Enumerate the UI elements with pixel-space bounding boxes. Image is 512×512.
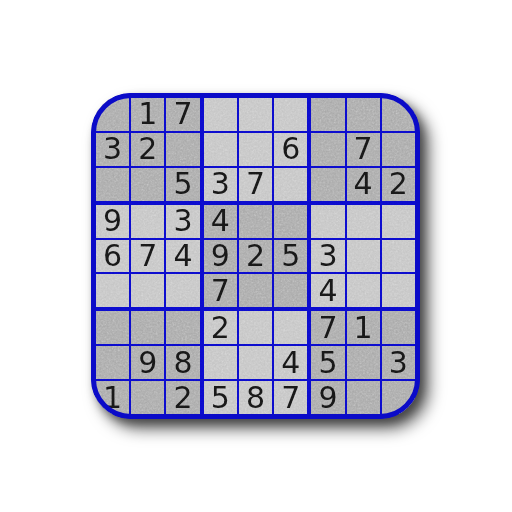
cell-r8-c2[interactable]: 9 — [131, 346, 164, 379]
cell-r1-c9[interactable] — [382, 98, 415, 131]
cell-r5-c6[interactable]: 5 — [274, 240, 307, 273]
cell-r4-c7[interactable] — [311, 205, 344, 238]
cell-r5-c1[interactable]: 6 — [96, 240, 129, 273]
cell-r4-c9[interactable] — [382, 205, 415, 238]
cell-r5-c3[interactable]: 4 — [166, 240, 199, 273]
cell-r6-c6[interactable] — [274, 274, 307, 307]
box-2-3: 34 — [311, 205, 415, 308]
cell-r6-c2[interactable] — [131, 274, 164, 307]
cell-r9-c1[interactable]: 1 — [96, 381, 129, 414]
sudoku-board: 1732563774293674492573498122458771539 — [91, 93, 420, 419]
cell-r8-c1[interactable] — [96, 346, 129, 379]
cell-r2-c9[interactable] — [382, 133, 415, 166]
cell-r5-c2[interactable]: 7 — [131, 240, 164, 273]
cell-r2-c4[interactable] — [204, 133, 237, 166]
cell-r1-c3[interactable]: 7 — [166, 98, 199, 131]
cell-r5-c7[interactable]: 3 — [311, 240, 344, 273]
cell-r3-c7[interactable] — [311, 168, 344, 201]
cell-r9-c7[interactable]: 9 — [311, 381, 344, 414]
cell-r5-c8[interactable] — [347, 240, 380, 273]
cell-r7-c4[interactable]: 2 — [204, 311, 237, 344]
cell-r2-c6[interactable]: 6 — [274, 133, 307, 166]
cell-r8-c8[interactable] — [347, 346, 380, 379]
box-3-3: 71539 — [311, 311, 415, 414]
cell-r9-c4[interactable]: 5 — [204, 381, 237, 414]
cell-r5-c5[interactable]: 2 — [239, 240, 272, 273]
cell-r8-c4[interactable] — [204, 346, 237, 379]
cell-r6-c9[interactable] — [382, 274, 415, 307]
cell-r3-c8[interactable]: 4 — [347, 168, 380, 201]
cell-r7-c6[interactable] — [274, 311, 307, 344]
cell-r3-c4[interactable]: 3 — [204, 168, 237, 201]
cell-r4-c8[interactable] — [347, 205, 380, 238]
cell-r4-c5[interactable] — [239, 205, 272, 238]
cell-r8-c7[interactable]: 5 — [311, 346, 344, 379]
cell-r4-c6[interactable] — [274, 205, 307, 238]
cell-r3-c9[interactable]: 2 — [382, 168, 415, 201]
cell-r1-c8[interactable] — [347, 98, 380, 131]
cell-r8-c9[interactable]: 3 — [382, 346, 415, 379]
cell-r1-c4[interactable] — [204, 98, 237, 131]
cell-r3-c6[interactable] — [274, 168, 307, 201]
cell-r4-c2[interactable] — [131, 205, 164, 238]
cell-r9-c8[interactable] — [347, 381, 380, 414]
cell-r4-c4[interactable]: 4 — [204, 205, 237, 238]
box-2-1: 93674 — [96, 205, 200, 308]
cell-r6-c1[interactable] — [96, 274, 129, 307]
box-1-2: 637 — [204, 98, 308, 201]
cell-r2-c1[interactable]: 3 — [96, 133, 129, 166]
cell-r9-c9[interactable] — [382, 381, 415, 414]
cell-r1-c1[interactable] — [96, 98, 129, 131]
cell-r1-c2[interactable]: 1 — [131, 98, 164, 131]
cell-r6-c7[interactable]: 4 — [311, 274, 344, 307]
cell-r3-c5[interactable]: 7 — [239, 168, 272, 201]
cell-r7-c9[interactable] — [382, 311, 415, 344]
cell-r2-c2[interactable]: 2 — [131, 133, 164, 166]
cell-r4-c1[interactable]: 9 — [96, 205, 129, 238]
cell-r2-c8[interactable]: 7 — [347, 133, 380, 166]
cell-r5-c4[interactable]: 9 — [204, 240, 237, 273]
cell-r3-c2[interactable] — [131, 168, 164, 201]
cell-r6-c8[interactable] — [347, 274, 380, 307]
cell-r5-c9[interactable] — [382, 240, 415, 273]
sudoku-grid: 1732563774293674492573498122458771539 — [91, 93, 420, 419]
cell-r4-c3[interactable]: 3 — [166, 205, 199, 238]
canvas: 1732563774293674492573498122458771539 — [0, 0, 512, 512]
cell-r9-c5[interactable]: 8 — [239, 381, 272, 414]
cell-r9-c6[interactable]: 7 — [274, 381, 307, 414]
cell-r3-c3[interactable]: 5 — [166, 168, 199, 201]
box-2-2: 49257 — [204, 205, 308, 308]
cell-r2-c7[interactable] — [311, 133, 344, 166]
cell-r2-c5[interactable] — [239, 133, 272, 166]
cell-r6-c5[interactable] — [239, 274, 272, 307]
cell-r3-c1[interactable] — [96, 168, 129, 201]
box-1-1: 17325 — [96, 98, 200, 201]
cell-r7-c3[interactable] — [166, 311, 199, 344]
cell-r1-c6[interactable] — [274, 98, 307, 131]
cell-r1-c7[interactable] — [311, 98, 344, 131]
cell-r6-c3[interactable] — [166, 274, 199, 307]
cell-r7-c7[interactable]: 7 — [311, 311, 344, 344]
cell-r8-c6[interactable]: 4 — [274, 346, 307, 379]
cell-r8-c3[interactable]: 8 — [166, 346, 199, 379]
cell-r7-c1[interactable] — [96, 311, 129, 344]
cell-r6-c4[interactable]: 7 — [204, 274, 237, 307]
cell-r7-c5[interactable] — [239, 311, 272, 344]
box-3-1: 9812 — [96, 311, 200, 414]
cell-r7-c2[interactable] — [131, 311, 164, 344]
cell-r7-c8[interactable]: 1 — [347, 311, 380, 344]
cell-r8-c5[interactable] — [239, 346, 272, 379]
cell-r9-c2[interactable] — [131, 381, 164, 414]
cell-r1-c5[interactable] — [239, 98, 272, 131]
box-1-3: 742 — [311, 98, 415, 201]
cell-r9-c3[interactable]: 2 — [166, 381, 199, 414]
box-3-2: 24587 — [204, 311, 308, 414]
cell-r2-c3[interactable] — [166, 133, 199, 166]
